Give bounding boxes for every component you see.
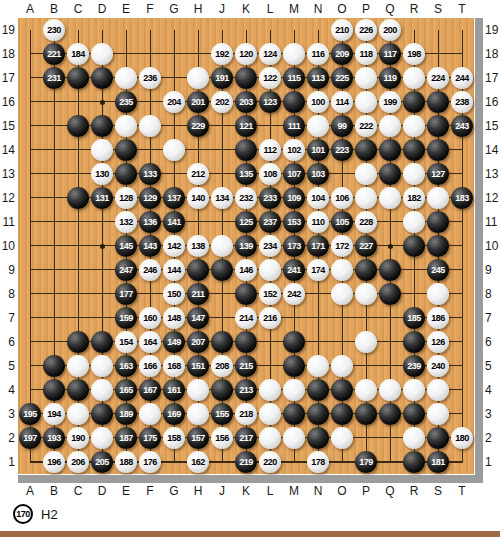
move-number: 158 (167, 434, 181, 443)
white-stone-H17 (187, 67, 209, 89)
black-stone-E2: 187 (115, 427, 137, 449)
white-stone-S5: 240 (427, 355, 449, 377)
move-number: 139 (239, 242, 253, 251)
move-number: 202 (215, 98, 229, 107)
white-stone-O12: 106 (331, 187, 353, 209)
black-stone-H2: 157 (187, 427, 209, 449)
move-number: 145 (119, 242, 133, 251)
black-stone-N13: 103 (307, 163, 329, 185)
move-number: 234 (263, 242, 277, 251)
move-number: 131 (95, 194, 109, 203)
move-number: 244 (455, 74, 469, 83)
row-label-8: 8 (0, 282, 15, 306)
black-stone-K1: 219 (235, 451, 257, 473)
black-stone-E14 (115, 139, 137, 161)
row-label-17: 17 (0, 66, 15, 90)
black-stone-Q17: 119 (379, 67, 401, 89)
move-number: 135 (239, 170, 253, 179)
move-number: 204 (167, 98, 181, 107)
black-stone-S2 (427, 427, 449, 449)
black-stone-M16 (283, 91, 305, 113)
move-number: 191 (215, 74, 229, 83)
row-labels-right: 19181716151413121110987654321 (484, 18, 500, 474)
white-stone-P4 (355, 379, 377, 401)
move-number: 185 (407, 314, 421, 323)
black-stone-A3: 195 (19, 403, 41, 425)
move-number: 105 (335, 218, 349, 227)
move-number: 128 (119, 194, 133, 203)
white-stone-P17 (355, 67, 377, 89)
move-number: 167 (143, 386, 157, 395)
black-stone-S9: 245 (427, 259, 449, 281)
white-stone-H4 (187, 379, 209, 401)
white-stone-T16: 238 (451, 91, 473, 113)
white-stone-L3 (259, 403, 281, 425)
row-label-5: 5 (0, 354, 15, 378)
col-label-P: P (354, 1, 378, 17)
white-stone-R13 (403, 163, 425, 185)
move-number: 146 (239, 266, 253, 275)
white-stone-P11: 228 (355, 211, 377, 233)
move-number: 192 (215, 50, 229, 59)
board-shadow-right (475, 18, 483, 483)
black-stone-E4: 165 (115, 379, 137, 401)
move-number: 183 (455, 194, 469, 203)
move-number: 133 (143, 170, 157, 179)
col-label-J: J (210, 483, 234, 499)
black-stone-E5: 163 (115, 355, 137, 377)
white-stone-R18: 198 (403, 43, 425, 65)
move-number: 198 (407, 50, 421, 59)
move-number: 108 (263, 170, 277, 179)
white-stone-P19: 226 (355, 19, 377, 41)
white-stone-O2 (331, 427, 353, 449)
black-stone-E7: 159 (115, 307, 137, 329)
move-number: 230 (47, 26, 61, 35)
move-number: 199 (383, 98, 397, 107)
row-label-12: 12 (0, 186, 15, 210)
col-label-M: M (282, 1, 306, 17)
move-number: 143 (143, 242, 157, 251)
black-stone-E9: 247 (115, 259, 137, 281)
move-number: 109 (287, 194, 301, 203)
col-label-R: R (402, 483, 426, 499)
move-number: 189 (119, 410, 133, 419)
move-number: 232 (239, 194, 253, 203)
row-label-7: 7 (0, 306, 15, 330)
move-number: 137 (167, 194, 181, 203)
row-label-10: 10 (484, 234, 500, 258)
row-label-5: 5 (484, 354, 500, 378)
col-label-H: H (186, 483, 210, 499)
move-number: 206 (71, 458, 85, 467)
white-stone-K3: 218 (235, 403, 257, 425)
move-number: 213 (239, 386, 253, 395)
move-number: 196 (47, 458, 61, 467)
col-label-N: N (306, 483, 330, 499)
white-stone-O5 (331, 355, 353, 377)
black-stone-H16: 201 (187, 91, 209, 113)
bottom-window-edge (0, 531, 500, 537)
white-stone-Q15 (379, 115, 401, 137)
row-label-19: 19 (484, 18, 500, 42)
white-stone-L18: 124 (259, 43, 281, 65)
black-stone-P10: 227 (355, 235, 377, 257)
white-stone-L13: 108 (259, 163, 281, 185)
go-board[interactable]: 2302102262002211841921201241162091181171… (18, 18, 474, 474)
move-number: 221 (47, 50, 61, 59)
black-stone-B17: 231 (43, 67, 65, 89)
col-label-S: S (426, 483, 450, 499)
move-number: 242 (287, 290, 301, 299)
move-number: 155 (215, 410, 229, 419)
col-label-C: C (66, 483, 90, 499)
col-label-N: N (306, 1, 330, 17)
row-label-1: 1 (0, 450, 15, 474)
col-label-G: G (162, 483, 186, 499)
white-stone-S6: 126 (427, 331, 449, 353)
move-number: 164 (143, 338, 157, 347)
white-stone-C5 (67, 355, 89, 377)
black-stone-P9 (355, 259, 377, 281)
black-stone-D1: 205 (91, 451, 113, 473)
black-stone-E3: 189 (115, 403, 137, 425)
white-stone-S17: 224 (427, 67, 449, 89)
move-number: 211 (191, 290, 204, 299)
move-number: 238 (455, 98, 469, 107)
move-number: 142 (167, 242, 181, 251)
row-label-9: 9 (0, 258, 15, 282)
black-stone-R14 (403, 139, 425, 161)
white-stone-E12: 128 (115, 187, 137, 209)
white-stone-O9 (331, 259, 353, 281)
black-stone-H9 (187, 259, 209, 281)
col-label-T: T (450, 483, 474, 499)
move-number: 172 (335, 242, 349, 251)
black-stone-S11 (427, 211, 449, 233)
black-stone-L12: 233 (259, 187, 281, 209)
black-stone-C17 (67, 67, 89, 89)
col-label-E: E (114, 483, 138, 499)
white-stone-F1: 176 (139, 451, 161, 473)
black-stone-P1: 179 (355, 451, 377, 473)
move-number: 112 (263, 146, 276, 155)
black-stone-T12: 183 (451, 187, 473, 209)
move-number: 173 (287, 242, 301, 251)
go-diagram-window: ABCDEFGHJKLMNOPQRST 19181716151413121110… (0, 0, 500, 537)
white-stone-K7: 214 (235, 307, 257, 329)
move-number: 209 (335, 50, 349, 59)
black-stone-N14: 101 (307, 139, 329, 161)
white-stone-Q12 (379, 187, 401, 209)
move-number: 237 (263, 218, 277, 227)
col-label-L: L (258, 1, 282, 17)
black-stone-Q9 (379, 259, 401, 281)
move-number: 152 (263, 290, 277, 299)
white-stone-O19: 210 (331, 19, 353, 41)
move-number: 188 (119, 458, 133, 467)
black-stone-G4: 161 (163, 379, 185, 401)
white-stone-F17: 236 (139, 67, 161, 89)
white-stone-N1: 178 (307, 451, 329, 473)
col-label-G: G (162, 1, 186, 17)
white-stone-P18: 118 (355, 43, 377, 65)
black-stone-C15 (67, 115, 89, 137)
white-stone-M14: 102 (283, 139, 305, 161)
white-stone-G10: 142 (163, 235, 185, 257)
white-stone-R2 (403, 427, 425, 449)
black-stone-H15: 229 (187, 115, 209, 137)
black-stone-K5: 215 (235, 355, 257, 377)
move-number: 126 (431, 338, 445, 347)
black-stone-K17 (235, 67, 257, 89)
black-stone-Q13 (379, 163, 401, 185)
move-number: 163 (119, 362, 133, 371)
move-number: 181 (431, 458, 445, 467)
white-stone-L7: 216 (259, 307, 281, 329)
row-label-10: 10 (0, 234, 15, 258)
white-stone-J18: 192 (211, 43, 233, 65)
move-number: 208 (215, 362, 229, 371)
move-number: 134 (215, 194, 229, 203)
move-number: 210 (335, 26, 349, 35)
move-number: 165 (119, 386, 133, 395)
white-stone-N5 (307, 355, 329, 377)
white-stone-H3 (187, 403, 209, 425)
row-label-1: 1 (484, 450, 500, 474)
white-stone-O8 (331, 283, 353, 305)
black-stone-Q14 (379, 139, 401, 161)
move-number: 182 (407, 194, 421, 203)
white-stone-J10 (211, 235, 233, 257)
black-stone-M9: 241 (283, 259, 305, 281)
move-number: 224 (431, 74, 445, 83)
black-stone-S16 (427, 91, 449, 113)
move-number: 241 (287, 266, 301, 275)
move-number: 215 (239, 362, 253, 371)
white-stone-D5 (91, 355, 113, 377)
white-stone-E1: 188 (115, 451, 137, 473)
black-stone-J9 (211, 259, 233, 281)
black-stone-E13 (115, 163, 137, 185)
move-number: 141 (167, 218, 181, 227)
row-label-16: 16 (0, 90, 15, 114)
black-stone-R16 (403, 91, 425, 113)
black-stone-H5: 151 (187, 355, 209, 377)
move-number: 218 (239, 410, 253, 419)
row-label-11: 11 (0, 210, 15, 234)
white-stone-H12: 140 (187, 187, 209, 209)
white-stone-H10: 138 (187, 235, 209, 257)
black-stone-J6 (211, 331, 233, 353)
black-stone-D17 (91, 67, 113, 89)
move-number: 223 (335, 146, 349, 155)
black-stone-F10: 143 (139, 235, 161, 257)
white-stone-G14 (163, 139, 185, 161)
black-stone-K13: 135 (235, 163, 257, 185)
move-number: 123 (263, 98, 277, 107)
col-label-B: B (42, 483, 66, 499)
row-label-9: 9 (484, 258, 500, 282)
move-number: 219 (239, 458, 253, 467)
black-stone-K10: 139 (235, 235, 257, 257)
move-number: 247 (119, 266, 133, 275)
black-stone-H6: 207 (187, 331, 209, 353)
white-stone-T2: 180 (451, 427, 473, 449)
move-number: 227 (359, 242, 373, 251)
black-stone-C4 (67, 379, 89, 401)
black-stone-R10 (403, 235, 425, 257)
white-stone-D2 (91, 427, 113, 449)
black-stone-M10: 173 (283, 235, 305, 257)
black-stone-O11: 105 (331, 211, 353, 233)
black-stone-D6 (91, 331, 113, 353)
move-number: 174 (311, 266, 325, 275)
white-stone-P13 (355, 163, 377, 185)
white-stone-N12: 104 (307, 187, 329, 209)
white-stone-E11: 132 (115, 211, 137, 233)
move-number: 122 (263, 74, 277, 83)
move-number: 129 (143, 194, 157, 203)
move-number: 225 (335, 74, 349, 83)
white-stone-R11 (403, 211, 425, 233)
black-stone-T15: 243 (451, 115, 473, 137)
black-stone-K6 (235, 331, 257, 353)
col-label-C: C (66, 1, 90, 17)
black-stone-B5 (43, 355, 65, 377)
move-number: 111 (288, 122, 301, 131)
move-number: 235 (119, 98, 133, 107)
black-stone-N10: 171 (307, 235, 329, 257)
black-stone-J3: 155 (211, 403, 233, 425)
white-stone-G8: 150 (163, 283, 185, 305)
white-stone-H1: 162 (187, 451, 209, 473)
white-stone-L4 (259, 379, 281, 401)
white-stone-L17: 122 (259, 67, 281, 89)
col-label-S: S (426, 1, 450, 17)
black-stone-H8: 211 (187, 283, 209, 305)
row-label-13: 13 (484, 162, 500, 186)
move-number: 236 (143, 74, 157, 83)
move-number: 228 (359, 218, 373, 227)
row-label-14: 14 (484, 138, 500, 162)
move-number: 154 (119, 338, 133, 347)
col-label-Q: Q (378, 483, 402, 499)
move-number: 100 (311, 98, 325, 107)
black-stone-P14 (355, 139, 377, 161)
white-stone-L10: 234 (259, 235, 281, 257)
col-label-A: A (18, 483, 42, 499)
move-number: 186 (431, 314, 445, 323)
move-number: 240 (431, 362, 445, 371)
white-stone-M8: 242 (283, 283, 305, 305)
white-stone-H13: 212 (187, 163, 209, 185)
row-labels-left: 19181716151413121110987654321 (0, 18, 17, 474)
black-stone-R5: 239 (403, 355, 425, 377)
black-stone-G11: 141 (163, 211, 185, 233)
move-number: 217 (239, 434, 253, 443)
move-number: 138 (191, 242, 205, 251)
row-label-8: 8 (484, 282, 500, 306)
white-stone-K9: 146 (235, 259, 257, 281)
move-number: 153 (287, 218, 301, 227)
black-stone-D12: 131 (91, 187, 113, 209)
col-label-B: B (42, 1, 66, 17)
white-stone-S8 (427, 283, 449, 305)
black-stone-M11: 153 (283, 211, 305, 233)
move-number: 151 (191, 362, 205, 371)
white-stone-C18: 184 (67, 43, 89, 65)
black-stone-S15 (427, 115, 449, 137)
move-number: 125 (239, 218, 253, 227)
white-stone-B19: 230 (43, 19, 65, 41)
move-number: 166 (143, 362, 157, 371)
white-stone-F5: 166 (139, 355, 161, 377)
white-stone-J5: 208 (211, 355, 233, 377)
row-label-4: 4 (484, 378, 500, 402)
move-number: 119 (383, 74, 396, 83)
move-170-marker: 170 (13, 504, 33, 524)
black-stone-R1 (403, 451, 425, 473)
black-stone-M6 (283, 331, 305, 353)
move-number: 148 (167, 314, 181, 323)
row-label-3: 3 (484, 402, 500, 426)
black-stone-G12: 137 (163, 187, 185, 209)
white-stone-N16: 100 (307, 91, 329, 113)
move-number: 201 (191, 98, 205, 107)
col-label-D: D (90, 483, 114, 499)
column-labels-bottom: ABCDEFGHJKLMNOPQRST (18, 483, 474, 499)
move-number: 130 (95, 170, 109, 179)
white-stone-K18: 120 (235, 43, 257, 65)
col-label-E: E (114, 1, 138, 17)
move-number: 115 (287, 74, 300, 83)
black-stone-E16: 235 (115, 91, 137, 113)
black-stone-O15: 99 (331, 115, 353, 137)
move-number: 144 (167, 266, 181, 275)
move-number: 157 (191, 434, 205, 443)
row-label-14: 14 (0, 138, 15, 162)
black-stone-S1: 181 (427, 451, 449, 473)
white-stone-S3 (427, 403, 449, 425)
move-number: 116 (311, 50, 324, 59)
black-stone-R6 (403, 331, 425, 353)
col-label-L: L (258, 483, 282, 499)
white-stone-S4 (427, 379, 449, 401)
move-number: 118 (359, 50, 372, 59)
black-stone-P3 (355, 403, 377, 425)
white-stone-P12 (355, 187, 377, 209)
col-label-F: F (138, 483, 162, 499)
white-stone-C3 (67, 403, 89, 425)
move-number: 171 (311, 242, 325, 251)
row-label-13: 13 (0, 162, 15, 186)
black-stone-N17: 113 (307, 67, 329, 89)
black-stone-K16: 203 (235, 91, 257, 113)
black-stone-H7: 147 (187, 307, 209, 329)
col-label-J: J (210, 1, 234, 17)
move-number: 136 (143, 218, 157, 227)
move-number: 160 (143, 314, 157, 323)
row-label-19: 19 (0, 18, 15, 42)
black-stone-K14 (235, 139, 257, 161)
white-stone-P8 (355, 283, 377, 305)
black-stone-J4 (211, 379, 233, 401)
white-stone-G5: 168 (163, 355, 185, 377)
move-number: 114 (335, 98, 348, 107)
black-stone-F4: 167 (139, 379, 161, 401)
black-stone-B4 (43, 379, 65, 401)
